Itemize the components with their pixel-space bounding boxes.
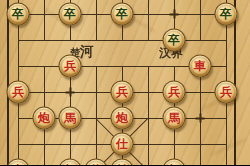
grid-vline-col5-top — [148, 0, 149, 40]
piece-label: 兵 — [220, 82, 232, 103]
grid-vline-col1-top — [44, 0, 45, 40]
piece-red-相-c2r9[interactable]: 相 — [59, 159, 82, 166]
piece-red-車-c7r5[interactable]: 車 — [189, 55, 212, 78]
piece-label: 馬 — [168, 108, 180, 129]
piece-label: 卒 — [168, 30, 180, 51]
piece-label: 車 — [12, 160, 24, 166]
piece-label: 卒 — [64, 4, 76, 25]
piece-label: 兵 — [116, 82, 128, 103]
piece-label: 車 — [194, 56, 206, 77]
piece-label: 卒 — [116, 4, 128, 25]
piece-red-炮-c4r7[interactable]: 炮 — [111, 107, 134, 130]
piece-red-兵-c8r6[interactable]: 兵 — [215, 81, 238, 104]
board-frame-right — [234, 0, 236, 165]
piece-red-兵-c0r6[interactable]: 兵 — [7, 81, 30, 104]
grid-vline-col5-bottom — [148, 66, 149, 165]
piece-red-兵-c4r6[interactable]: 兵 — [111, 81, 134, 104]
piece-red-帥-c4r9[interactable]: 帥 — [111, 159, 134, 166]
piece-black-卒-c6r4[interactable]: 卒 — [163, 29, 186, 52]
piece-label: 炮 — [38, 108, 50, 129]
piece-red-仕-c3r9[interactable]: 仕 — [85, 159, 108, 166]
piece-black-卒-c4r3[interactable]: 卒 — [111, 3, 134, 26]
piece-red-馬-c6r7[interactable]: 馬 — [163, 107, 186, 130]
piece-label: 仕 — [90, 160, 102, 166]
piece-label: 炮 — [116, 108, 128, 129]
grid-vline-col3-bottom — [96, 66, 97, 165]
piece-label: 馬 — [64, 108, 76, 129]
point-marker-h7-point — [195, 113, 206, 124]
piece-black-卒-c0r3[interactable]: 卒 — [7, 3, 30, 26]
piece-label: 卒 — [12, 4, 24, 25]
xiangqi-board[interactable]: 楚河 汉界 卒卒卒卒卒兵車兵兵兵兵炮馬炮馬仕車相仕帥相 — [0, 0, 250, 165]
grid-vline-col7-top — [200, 0, 201, 40]
piece-label: 相 — [64, 160, 76, 166]
piece-label: 仕 — [116, 134, 128, 155]
piece-black-卒-c8r3[interactable]: 卒 — [215, 3, 238, 26]
grid-hline-row4 — [18, 40, 226, 41]
point-marker-g3-point — [169, 9, 180, 20]
piece-red-車-c0r9[interactable]: 車 — [7, 159, 30, 166]
piece-label: 卒 — [220, 4, 232, 25]
piece-label: 兵 — [12, 82, 24, 103]
point-marker-c6-point — [65, 87, 76, 98]
piece-red-相-c6r9[interactable]: 相 — [163, 159, 186, 166]
piece-label: 兵 — [64, 56, 76, 77]
piece-red-炮-c1r7[interactable]: 炮 — [33, 107, 56, 130]
piece-red-兵-c2r5[interactable]: 兵 — [59, 55, 82, 78]
board-frame-left — [7, 0, 9, 165]
piece-black-卒-c2r3[interactable]: 卒 — [59, 3, 82, 26]
piece-label: 帥 — [116, 160, 128, 166]
piece-red-馬-c2r7[interactable]: 馬 — [59, 107, 82, 130]
piece-red-兵-c6r6[interactable]: 兵 — [163, 81, 186, 104]
piece-red-仕-c4r8[interactable]: 仕 — [111, 133, 134, 156]
piece-label: 相 — [168, 160, 180, 166]
piece-label: 兵 — [168, 82, 180, 103]
grid-vline-col3-top — [96, 0, 97, 40]
wood-grain-streak — [211, 137, 247, 156]
